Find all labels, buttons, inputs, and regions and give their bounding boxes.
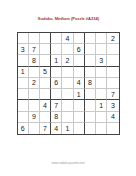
cell-r1c2[interactable] [29,33,40,44]
cell-r3c9[interactable] [107,55,118,66]
cell-r8c1[interactable] [18,112,29,123]
cell-r8c2[interactable]: 9 [29,112,40,123]
cell-r1c6[interactable] [74,33,85,44]
cell-r4c5[interactable] [62,67,73,78]
cell-r6c6[interactable]: 1 [74,89,85,100]
cell-r9c4[interactable]: 4 [51,123,62,134]
cell-r6c1[interactable] [18,89,29,100]
cell-r4c4[interactable] [51,67,62,78]
cell-r4c6[interactable] [74,67,85,78]
cell-r8c8[interactable] [96,112,107,123]
cell-r1c5[interactable]: 4 [62,33,73,44]
cell-r7c3[interactable]: 4 [40,100,51,111]
cell-r8c4[interactable]: 8 [51,112,62,123]
page-header: Sudoku, Medium (Puzzle #A234) [0,13,136,23]
cell-r1c8[interactable] [96,33,107,44]
cell-r7c8[interactable]: 1 [96,100,107,111]
cell-r9c8[interactable] [96,123,107,134]
cell-r3c6[interactable] [74,55,85,66]
cell-r7c2[interactable] [29,100,40,111]
cell-r6c8[interactable] [96,89,107,100]
cell-r6c4[interactable] [51,89,62,100]
cell-r9c5[interactable]: 1 [62,123,73,134]
cell-r4c1[interactable]: 1 [18,67,29,78]
cell-r3c3[interactable] [40,55,51,66]
cell-r8c6[interactable] [74,112,85,123]
cell-r3c4[interactable]: 1 [51,55,62,66]
cell-r8c3[interactable] [40,112,51,123]
page-footer: www.sudoku-puzzles.net [0,158,136,168]
cell-r4c2[interactable] [29,67,40,78]
cell-r5c7[interactable]: 8 [85,78,96,89]
cell-r7c6[interactable] [74,100,85,111]
cell-r3c2[interactable]: 8 [29,55,40,66]
cell-r7c9[interactable]: 3 [107,100,118,111]
cell-r5c3[interactable] [40,78,51,89]
cell-r4c7[interactable] [85,67,96,78]
cell-r5c1[interactable] [18,78,29,89]
cell-r8c5[interactable] [62,112,73,123]
cell-r5c4[interactable]: 6 [51,78,62,89]
cell-r5c9[interactable] [107,78,118,89]
cell-r1c3[interactable] [40,33,51,44]
cell-r6c7[interactable] [85,89,96,100]
cell-r9c3[interactable]: 7 [40,123,51,134]
cell-r3c8[interactable]: 3 [96,55,107,66]
cell-r5c2[interactable]: 2 [29,78,40,89]
cell-r7c1[interactable] [18,100,29,111]
cell-r2c4[interactable] [51,44,62,55]
cell-r5c8[interactable] [96,78,107,89]
cell-r6c5[interactable] [62,89,73,100]
cell-r9c1[interactable]: 6 [18,123,29,134]
cell-r2c3[interactable] [40,44,51,55]
cell-r7c5[interactable] [62,100,73,111]
cell-r2c8[interactable] [96,44,107,55]
cell-r5c5[interactable] [62,78,73,89]
cell-r9c6[interactable] [74,123,85,134]
cell-r2c1[interactable]: 3 [18,44,29,55]
cell-r7c7[interactable] [85,100,96,111]
cell-r2c9[interactable] [107,44,118,55]
cell-r3c7[interactable] [85,55,96,66]
page-title: Sudoku, Medium (Puzzle #A234) [37,16,98,20]
cell-r8c9[interactable]: 4 [107,112,118,123]
cell-r9c7[interactable] [85,123,96,134]
cell-r1c4[interactable] [51,33,62,44]
cell-r4c3[interactable]: 5 [40,67,51,78]
cell-r3c5[interactable]: 2 [62,55,73,66]
cell-r8c7[interactable] [85,112,96,123]
cell-r6c9[interactable]: 7 [107,89,118,100]
cell-r1c7[interactable] [85,33,96,44]
sudoku-board: 4237681231526481747139846741 [17,32,120,135]
cell-r4c8[interactable] [96,67,107,78]
sudoku-page: Sudoku, Medium (Puzzle #A234) 4237681231… [0,0,136,176]
cell-r6c2[interactable] [29,89,40,100]
cell-r2c5[interactable] [62,44,73,55]
cell-r4c9[interactable] [107,67,118,78]
cell-r9c2[interactable] [29,123,40,134]
cell-r3c1[interactable] [18,55,29,66]
cell-r1c1[interactable] [18,33,29,44]
cell-r7c4[interactable]: 7 [51,100,62,111]
cell-r6c3[interactable] [40,89,51,100]
cell-r2c6[interactable]: 6 [74,44,85,55]
cell-r9c9[interactable] [107,123,118,134]
source-url: www.sudoku-puzzles.net [51,162,84,165]
cell-r2c2[interactable]: 7 [29,44,40,55]
cell-r1c9[interactable]: 2 [107,33,118,44]
cell-r5c6[interactable]: 4 [74,78,85,89]
cell-r2c7[interactable] [85,44,96,55]
